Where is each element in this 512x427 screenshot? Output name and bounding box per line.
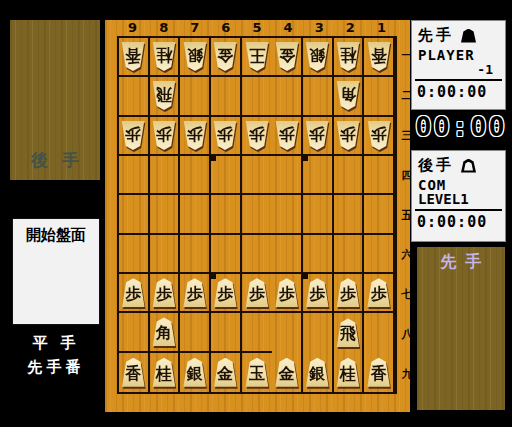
shogi-piece-桂[interactable]: 桂 [152,42,176,71]
board-cell[interactable] [119,313,150,352]
board-cell[interactable] [119,156,150,195]
sente-piece: 歩 [367,278,391,307]
sente-piece: 桂 [336,358,360,387]
file-label: 3 [304,21,335,35]
gote-piece: 銀 [183,42,207,71]
board-cell[interactable]: 歩 [364,117,395,156]
board-state-box: 開始盤面 [12,218,100,325]
shogi-piece-歩[interactable]: 歩 [367,121,391,150]
piece-kanji: 歩 [371,126,387,145]
shogi-piece-金[interactable]: 金 [275,358,299,387]
handicap-label: 平 手 [0,334,108,353]
sente-piece: 銀 [305,358,329,387]
gote-piece: 香 [121,42,145,71]
piece-kanji: 歩 [187,283,203,302]
right-info-column: 先手 PLAYER -1 0:00:00 00:00 後手 COM LEVEL1… [410,20,512,412]
board-cell[interactable] [303,156,334,195]
board-cell[interactable]: 歩 [119,117,150,156]
gote-piece: 歩 [367,121,391,150]
board-cell[interactable] [334,156,365,195]
gote-piece: 歩 [152,121,176,150]
board-cell[interactable] [242,156,273,195]
piece-kanji: 桂 [340,363,356,382]
left-wood-panel: 後手 [10,20,100,180]
board-grid[interactable]: 香桂銀金王金銀桂香飛角歩歩歩歩歩歩歩歩歩歩歩歩歩歩歩歩歩歩角飛香桂銀金玉金銀桂香 [117,36,397,394]
board-cell[interactable]: 銀 [180,353,211,392]
board-cell[interactable]: 歩 [303,274,334,313]
board-cell[interactable] [242,313,273,352]
shogi-piece-銀[interactable]: 銀 [183,42,207,71]
gote-elapsed-time: 0:00:00 [412,213,505,231]
board-cell[interactable] [150,156,181,195]
board-cell[interactable] [211,195,242,234]
shogi-piece-桂[interactable]: 桂 [152,358,176,387]
piece-kanji: 飛 [156,86,172,105]
board-cell[interactable] [364,235,395,274]
board-cell[interactable] [272,77,303,116]
shogi-piece-飛[interactable]: 飛 [336,318,360,347]
board-cell[interactable] [150,235,181,274]
shogi-piece-香[interactable]: 香 [121,42,145,71]
shogi-piece-歩[interactable]: 歩 [275,121,299,150]
white-koma-icon [461,159,476,173]
board-cell[interactable]: 歩 [242,274,273,313]
board-cell[interactable] [180,313,211,352]
piece-kanji: 香 [125,47,141,66]
gote-player-box: 後手 COM LEVEL1 0:00:00 [411,150,506,242]
board-cell[interactable]: 歩 [211,117,242,156]
file-label: 7 [179,21,210,35]
piece-kanji: 飛 [340,323,356,342]
board-cell[interactable]: 銀 [180,38,211,77]
board-cell[interactable] [211,313,242,352]
piece-kanji: 歩 [309,126,325,145]
sente-piece: 歩 [213,278,237,307]
com-level-label: LEVEL1 [412,191,505,207]
piece-kanji: 金 [279,363,295,382]
file-label: 2 [335,21,366,35]
board-cell[interactable] [150,195,181,234]
star-point [302,155,308,161]
sente-label: 先手 [418,26,454,45]
board-cell[interactable] [364,195,395,234]
shogi-piece-桂[interactable]: 桂 [336,42,360,71]
gote-piece: 桂 [336,42,360,71]
piece-kanji: 歩 [249,126,265,145]
divider [415,209,502,211]
board-cell[interactable]: 角 [150,313,181,352]
piece-kanji: 王 [249,47,265,66]
board-cell[interactable]: 歩 [364,274,395,313]
piece-kanji: 桂 [156,47,172,66]
turn-indicator: 先手 [417,247,505,273]
piece-kanji: 歩 [340,283,356,302]
board-cell[interactable]: 歩 [334,117,365,156]
board-cell[interactable]: 歩 [150,274,181,313]
piece-kanji: 歩 [187,126,203,145]
turn-to-move-label: 先手番 [0,358,108,377]
piece-kanji: 銀 [187,363,203,382]
move-clock: 00:00 [410,111,512,142]
shogi-piece-銀[interactable]: 銀 [305,42,329,71]
piece-kanji: 桂 [340,47,356,66]
gote-piece: 金 [213,42,237,71]
gote-piece: 歩 [183,121,207,150]
shogi-piece-香[interactable]: 香 [367,42,391,71]
gote-piece: 歩 [305,121,329,150]
board-cell[interactable]: 桂 [150,353,181,392]
sente-piece: 歩 [245,278,269,307]
shogi-piece-王[interactable]: 王 [245,42,269,71]
sente-piece: 角 [152,317,176,346]
board-cell[interactable]: 歩 [272,274,303,313]
board-cell[interactable] [272,235,303,274]
shogi-piece-歩[interactable]: 歩 [305,121,329,150]
sente-piece: 香 [367,358,391,387]
piece-kanji: 金 [217,363,233,382]
board-cell[interactable]: 歩 [303,117,334,156]
file-label: 1 [366,21,397,35]
sente-piece: 飛 [336,318,360,347]
shogi-piece-歩[interactable]: 歩 [152,121,176,150]
piece-kanji: 歩 [249,283,265,302]
board-cell[interactable] [242,235,273,274]
piece-kanji: 歩 [279,283,295,302]
shogi-piece-飛[interactable]: 飛 [152,81,176,110]
board-cell[interactable] [180,77,211,116]
piece-kanji: 金 [279,47,295,66]
gote-piece: 王 [245,42,269,71]
shogi-piece-角[interactable]: 角 [152,317,176,346]
board-cell[interactable]: 香 [364,353,395,392]
shogi-piece-歩[interactable]: 歩 [121,278,145,307]
board-cell[interactable]: 桂 [150,38,181,77]
piece-kanji: 歩 [217,283,233,302]
board-cell[interactable]: 角 [334,77,365,116]
board-cell[interactable]: 銀 [303,353,334,392]
sente-piece: 金 [275,358,299,387]
piece-kanji: 歩 [125,283,141,302]
board-cell[interactable] [180,195,211,234]
shogi-game-screen: 後手 開始盤面 平 手 先手番 987654321 香桂銀金王金銀桂香飛角歩歩歩… [0,0,512,427]
shogi-piece-角[interactable]: 角 [336,81,360,110]
board-cell[interactable]: 香 [364,38,395,77]
piece-kanji: 歩 [340,126,356,145]
gote-piece: 桂 [152,42,176,71]
board-state-label: 開始盤面 [13,219,99,245]
board-cell[interactable]: 金 [211,38,242,77]
shogi-piece-歩[interactable]: 歩 [213,121,237,150]
board-cell[interactable] [211,156,242,195]
file-label: 4 [273,21,304,35]
shogi-piece-歩[interactable]: 歩 [213,278,237,307]
shogi-board: 987654321 香桂銀金王金銀桂香飛角歩歩歩歩歩歩歩歩歩歩歩歩歩歩歩歩歩歩角… [105,20,410,412]
piece-kanji: 歩 [309,283,325,302]
shogi-piece-歩[interactable]: 歩 [336,278,360,307]
piece-kanji: 香 [371,363,387,382]
shogi-piece-歩[interactable]: 歩 [183,278,207,307]
shogi-piece-金[interactable]: 金 [213,42,237,71]
piece-kanji: 角 [156,322,172,341]
sente-piece: 銀 [183,358,207,387]
board-cell[interactable] [364,77,395,116]
gote-piece: 銀 [305,42,329,71]
shogi-piece-歩[interactable]: 歩 [121,121,145,150]
board-cell[interactable]: 歩 [150,117,181,156]
gote-piece: 歩 [275,121,299,150]
piece-kanji: 歩 [156,283,172,302]
piece-kanji: 銀 [187,47,203,66]
board-cell[interactable]: 金 [272,353,303,392]
board-cell[interactable] [303,313,334,352]
board-cell[interactable]: 歩 [119,274,150,313]
board-cell[interactable]: 香 [119,353,150,392]
file-label: 8 [148,21,179,35]
sente-piece: 歩 [152,278,176,307]
piece-kanji: 歩 [371,283,387,302]
piece-kanji: 金 [217,47,233,66]
board-cell[interactable] [211,235,242,274]
board-cell[interactable] [180,235,211,274]
piece-kanji: 歩 [217,126,233,145]
board-cell[interactable] [272,313,303,352]
divider [415,79,502,81]
board-cell[interactable]: 飛 [334,313,365,352]
file-label: 5 [241,21,272,35]
shogi-piece-歩[interactable]: 歩 [275,278,299,307]
piece-kanji: 歩 [125,126,141,145]
player-number: -1 [412,62,505,77]
sente-player-box: 先手 PLAYER -1 0:00:00 [411,20,506,110]
black-koma-icon [461,29,476,43]
board-cell[interactable] [272,156,303,195]
sente-piece: 歩 [336,278,360,307]
gote-piece: 歩 [245,121,269,150]
sente-piece: 桂 [152,358,176,387]
sente-piece: 歩 [183,278,207,307]
shogi-piece-歩[interactable]: 歩 [245,278,269,307]
board-cell[interactable] [242,195,273,234]
piece-kanji: 銀 [309,363,325,382]
board-cell[interactable] [303,195,334,234]
board-cell[interactable]: 玉 [242,353,273,392]
board-cell[interactable]: 桂 [334,38,365,77]
shogi-piece-銀[interactable]: 銀 [305,358,329,387]
board-cell[interactable]: 桂 [334,353,365,392]
board-cell[interactable] [242,77,273,116]
board-cell[interactable] [211,77,242,116]
shogi-piece-歩[interactable]: 歩 [183,121,207,150]
board-cell[interactable]: 歩 [180,274,211,313]
sente-piece: 歩 [305,278,329,307]
board-cell[interactable]: 銀 [303,38,334,77]
board-cell[interactable]: 歩 [272,117,303,156]
board-cell[interactable]: 歩 [242,117,273,156]
gote-side-label: 後手 [10,149,100,172]
piece-kanji: 香 [125,363,141,382]
board-cell[interactable] [364,313,395,352]
board-cell[interactable] [180,156,211,195]
gote-piece: 歩 [336,121,360,150]
board-cell[interactable] [119,195,150,234]
board-cell[interactable] [119,77,150,116]
player-label: PLAYER [412,47,505,63]
gote-piece: 角 [336,81,360,110]
gote-piece: 歩 [213,121,237,150]
piece-kanji: 銀 [309,47,325,66]
gote-piece: 歩 [121,121,145,150]
piece-kanji: 玉 [249,363,265,382]
shogi-piece-歩[interactable]: 歩 [245,121,269,150]
gote-piece: 飛 [152,81,176,110]
right-wood-panel: 先手 [417,247,505,410]
board-cell[interactable]: 歩 [211,274,242,313]
board-cell[interactable]: 飛 [150,77,181,116]
sente-piece: 香 [121,358,145,387]
shogi-piece-香[interactable]: 香 [121,358,145,387]
file-labels: 987654321 [117,21,397,35]
board-cell[interactable] [303,235,334,274]
shogi-piece-銀[interactable]: 銀 [183,358,207,387]
shogi-piece-玉[interactable]: 玉 [245,358,269,387]
board-cell[interactable] [272,195,303,234]
piece-kanji: 香 [371,47,387,66]
board-cell[interactable] [364,156,395,195]
shogi-piece-歩[interactable]: 歩 [336,121,360,150]
board-cell[interactable]: 歩 [180,117,211,156]
shogi-piece-香[interactable]: 香 [367,358,391,387]
board-cell[interactable]: 香 [119,38,150,77]
board-cell[interactable]: 王 [242,38,273,77]
board-cell[interactable] [334,235,365,274]
board-cell[interactable] [303,77,334,116]
star-point [210,155,216,161]
sente-piece: 歩 [275,278,299,307]
board-cell[interactable] [119,235,150,274]
shogi-piece-歩[interactable]: 歩 [305,278,329,307]
shogi-piece-歩[interactable]: 歩 [152,278,176,307]
piece-kanji: 桂 [156,363,172,382]
gote-piece: 香 [367,42,391,71]
board-cell[interactable]: 金 [211,353,242,392]
shogi-piece-桂[interactable]: 桂 [336,358,360,387]
sente-elapsed-time: 0:00:00 [412,83,505,101]
piece-kanji: 角 [340,86,356,105]
piece-kanji: 歩 [279,126,295,145]
gote-piece: 金 [275,42,299,71]
sente-piece: 歩 [121,278,145,307]
file-label: 6 [210,21,241,35]
shogi-piece-歩[interactable]: 歩 [367,278,391,307]
gote-label: 後手 [418,156,454,175]
piece-kanji: 歩 [156,126,172,145]
board-cell[interactable]: 歩 [334,274,365,313]
shogi-piece-金[interactable]: 金 [213,358,237,387]
board-cell[interactable] [334,195,365,234]
shogi-piece-金[interactable]: 金 [275,42,299,71]
sente-piece: 玉 [245,358,269,387]
sente-piece: 金 [213,358,237,387]
file-label: 9 [117,21,148,35]
board-cell[interactable]: 金 [272,38,303,77]
